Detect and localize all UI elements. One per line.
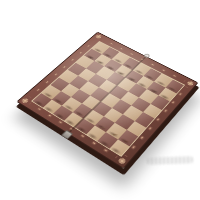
- watermark: [147, 156, 193, 165]
- frame-corner-medallion: [186, 80, 194, 86]
- frame-corner-medallion: [117, 157, 126, 165]
- scene: ♜♞♝♛♚♝♞♜♟♟♟♟♟♟♟♟♟♟♟♟♟♟♟♟♜♞♝♛♚♝♞♜: [0, 0, 200, 200]
- chess-board: ♜♞♝♛♚♝♞♜♟♟♟♟♟♟♟♟♟♟♟♟♟♟♟♟♜♞♝♛♚♝♞♜: [16, 32, 198, 169]
